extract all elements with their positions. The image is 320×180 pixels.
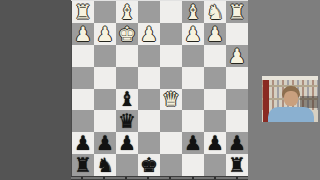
square-b7[interactable]: ♟ xyxy=(204,132,226,154)
square-b4[interactable] xyxy=(204,67,226,89)
piece-black-pawn[interactable]: ♟ xyxy=(72,132,94,154)
piece-black-pawn[interactable]: ♟ xyxy=(94,132,116,154)
square-g1[interactable] xyxy=(94,1,116,23)
square-f6[interactable]: ♛ xyxy=(116,110,138,132)
coordinate-letter-top xyxy=(214,177,216,179)
coordinate-letter-top xyxy=(236,177,238,179)
square-f3[interactable] xyxy=(116,45,138,67)
square-d3[interactable] xyxy=(160,45,182,67)
square-c2[interactable]: ♟ xyxy=(182,23,204,45)
square-b3[interactable] xyxy=(204,45,226,67)
square-h3[interactable] xyxy=(72,45,94,67)
video-frame: ♜♝♝♞♜♟♟♚♟♟♟♟♝♛♛♟♟♟♟♟♟♜♞♚♜ xyxy=(0,0,320,180)
square-b6[interactable] xyxy=(204,110,226,132)
square-g8[interactable]: ♞ xyxy=(94,154,116,176)
square-e3[interactable] xyxy=(138,45,160,67)
coordinate-letter-top xyxy=(81,177,83,179)
piece-black-knight[interactable]: ♞ xyxy=(94,154,116,176)
square-d8[interactable] xyxy=(160,154,182,176)
piece-white-pawn[interactable]: ♟ xyxy=(226,45,248,67)
square-c7[interactable]: ♟ xyxy=(182,132,204,154)
square-e6[interactable] xyxy=(138,110,160,132)
square-a3[interactable]: ♟ xyxy=(226,45,248,67)
square-h6[interactable] xyxy=(72,110,94,132)
square-e5[interactable] xyxy=(138,89,160,111)
square-f7[interactable]: ♟ xyxy=(116,132,138,154)
piece-black-rook[interactable]: ♜ xyxy=(226,154,248,176)
square-c5[interactable] xyxy=(182,89,204,111)
webcam-overlay xyxy=(262,76,318,122)
piece-white-king[interactable]: ♚ xyxy=(116,23,138,45)
piece-black-bishop[interactable]: ♝ xyxy=(116,89,138,111)
square-d4[interactable] xyxy=(160,67,182,89)
square-e2[interactable]: ♟ xyxy=(138,23,160,45)
square-a5[interactable] xyxy=(226,89,248,111)
shelf-top xyxy=(262,76,318,80)
square-a2[interactable] xyxy=(226,23,248,45)
square-d5[interactable]: ♛ xyxy=(160,89,182,111)
coordinate-letter-top xyxy=(192,177,194,179)
chess-board: ♜♝♝♞♜♟♟♚♟♟♟♟♝♛♛♟♟♟♟♟♟♜♞♚♜ xyxy=(71,0,248,180)
piece-black-king[interactable]: ♚ xyxy=(138,154,160,176)
square-b1[interactable]: ♞ xyxy=(204,1,226,23)
piece-white-pawn[interactable]: ♟ xyxy=(72,23,94,45)
square-e4[interactable] xyxy=(138,67,160,89)
piece-black-queen[interactable]: ♛ xyxy=(116,110,138,132)
square-c1[interactable]: ♝ xyxy=(182,1,204,23)
square-d2[interactable] xyxy=(160,23,182,45)
piece-black-pawn[interactable]: ♟ xyxy=(182,132,204,154)
coordinate-letter-top xyxy=(103,177,105,179)
square-g4[interactable] xyxy=(94,67,116,89)
square-g3[interactable] xyxy=(94,45,116,67)
square-a6[interactable] xyxy=(226,110,248,132)
pillarbox-bar xyxy=(0,0,71,180)
square-a4[interactable] xyxy=(226,67,248,89)
square-c6[interactable] xyxy=(182,110,204,132)
piece-white-pawn[interactable]: ♟ xyxy=(204,23,226,45)
square-e1[interactable] xyxy=(138,1,160,23)
square-h8[interactable]: ♜ xyxy=(72,154,94,176)
piece-white-rook[interactable]: ♜ xyxy=(72,1,94,23)
square-h7[interactable]: ♟ xyxy=(72,132,94,154)
piece-black-pawn[interactable]: ♟ xyxy=(226,132,248,154)
coordinate-letter-top xyxy=(125,177,127,179)
piece-white-bishop[interactable]: ♝ xyxy=(182,1,204,23)
square-f8[interactable] xyxy=(116,154,138,176)
square-d7[interactable] xyxy=(160,132,182,154)
piece-black-rook[interactable]: ♜ xyxy=(72,154,94,176)
square-d1[interactable] xyxy=(160,1,182,23)
square-b8[interactable] xyxy=(204,154,226,176)
piece-black-pawn[interactable]: ♟ xyxy=(204,132,226,154)
piece-white-knight[interactable]: ♞ xyxy=(204,1,226,23)
square-c3[interactable] xyxy=(182,45,204,67)
square-g5[interactable] xyxy=(94,89,116,111)
square-a8[interactable]: ♜ xyxy=(226,154,248,176)
square-g6[interactable] xyxy=(94,110,116,132)
square-c8[interactable] xyxy=(182,154,204,176)
square-c4[interactable] xyxy=(182,67,204,89)
square-h1[interactable]: ♜ xyxy=(72,1,94,23)
piece-black-pawn[interactable]: ♟ xyxy=(116,132,138,154)
square-b2[interactable]: ♟ xyxy=(204,23,226,45)
square-a7[interactable]: ♟ xyxy=(226,132,248,154)
square-h4[interactable] xyxy=(72,67,94,89)
board-grid: ♜♝♝♞♜♟♟♚♟♟♟♟♝♛♛♟♟♟♟♟♟♜♞♚♜ xyxy=(71,1,248,176)
square-d6[interactable] xyxy=(160,110,182,132)
piece-white-pawn[interactable]: ♟ xyxy=(94,23,116,45)
square-f5[interactable]: ♝ xyxy=(116,89,138,111)
square-a1[interactable]: ♜ xyxy=(226,1,248,23)
person-face xyxy=(284,91,298,106)
piece-white-queen[interactable]: ♛ xyxy=(160,89,182,111)
square-f1[interactable]: ♝ xyxy=(116,1,138,23)
square-g2[interactable]: ♟ xyxy=(94,23,116,45)
square-h2[interactable]: ♟ xyxy=(72,23,94,45)
square-f2[interactable]: ♚ xyxy=(116,23,138,45)
piece-white-pawn[interactable]: ♟ xyxy=(182,23,204,45)
square-g7[interactable]: ♟ xyxy=(94,132,116,154)
piece-white-pawn[interactable]: ♟ xyxy=(138,23,160,45)
square-f4[interactable] xyxy=(116,67,138,89)
person-shirt xyxy=(268,107,314,122)
piece-white-bishop[interactable]: ♝ xyxy=(116,1,138,23)
square-e7[interactable] xyxy=(138,132,160,154)
square-h5[interactable] xyxy=(72,89,94,111)
square-b5[interactable] xyxy=(204,89,226,111)
coordinate-letter-top xyxy=(169,177,171,179)
piece-white-rook[interactable]: ♜ xyxy=(226,1,248,23)
square-e8[interactable]: ♚ xyxy=(138,154,160,176)
coordinate-letter-top xyxy=(147,177,149,179)
